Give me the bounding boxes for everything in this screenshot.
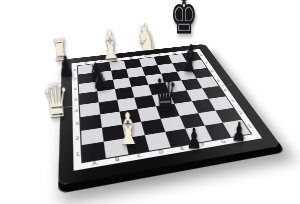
piece-layer: ♜♟♝♞♞♝♛♛♝♟♟♚ [0, 0, 300, 204]
chess-set-product-photo: ABCDEFGH ABCDEFGH 87654321 87654321 ♜♟♝♞… [0, 0, 300, 204]
piece-black-bishop-g5: ♝ [178, 39, 202, 78]
piece-black-pawn-g1: ♟ [231, 118, 247, 145]
piece-black-queen-e3: ♛ [151, 70, 180, 118]
piece-white-bishop-c2: ♝ [115, 107, 141, 152]
piece-black-pawn-e1: ♟ [186, 125, 202, 153]
piece-black-king-off-board-frame-h8: ♚ [170, 0, 198, 41]
piece-white-knight-f7: ♞ [134, 18, 157, 57]
piece-white-queen-a4: ♛ [41, 75, 72, 125]
